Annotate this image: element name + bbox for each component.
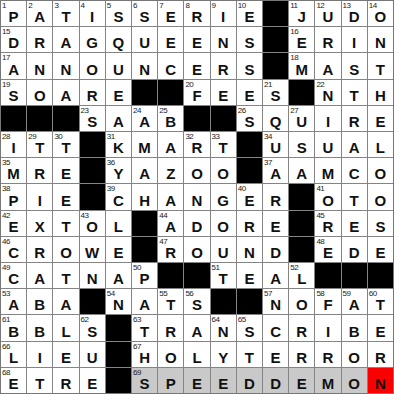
cell-r12c6[interactable]: A (132, 289, 157, 314)
cell-r6c7[interactable]: A (158, 132, 183, 157)
cell-letter: O (368, 9, 393, 25)
cell-r9c2[interactable]: X (27, 211, 52, 236)
cell-letter: N (132, 62, 157, 78)
cell-letter: D (237, 376, 262, 392)
cell-r15c1[interactable]: 68E (1, 368, 26, 393)
cell-r5c3 (53, 106, 78, 131)
cell-r14c14[interactable]: O (342, 342, 367, 367)
cell-r6c6[interactable]: M (132, 132, 157, 157)
cell-r8c13[interactable]: 41O (315, 184, 340, 209)
cell-letter: S (289, 140, 314, 156)
cell-r2c1[interactable]: 15D (1, 27, 26, 52)
cell-letter: R (342, 114, 367, 130)
cell-r8c6[interactable]: H (132, 184, 157, 209)
cell-r13c15[interactable]: E (368, 315, 393, 340)
cell-letter: N (368, 35, 393, 51)
cell-letter: R (237, 219, 262, 235)
cell-r13c11[interactable]: C (263, 315, 288, 340)
cell-r12c11[interactable]: 57N (263, 289, 288, 314)
cell-r5c6[interactable]: 24A (132, 106, 157, 131)
cell-r13c3[interactable]: L (53, 315, 78, 340)
cell-r9c7[interactable]: 44A (158, 211, 183, 236)
cell-r10c10[interactable]: N (237, 237, 262, 262)
cell-r11c1[interactable]: 49C (1, 263, 26, 288)
cell-letter: A (158, 193, 183, 209)
cell-letter: I (315, 324, 340, 340)
cell-r6c1[interactable]: 28I (1, 132, 26, 157)
cell-letter: S (132, 376, 157, 392)
cell-r10c11[interactable]: D (263, 237, 288, 262)
cell-letter: D (342, 9, 367, 25)
cell-r1c15[interactable]: 14O (368, 1, 393, 26)
cell-letter: E (368, 324, 393, 340)
cell-letter: A (53, 297, 78, 313)
cell-r12c8[interactable]: 56S (184, 289, 209, 314)
cell-r3c7[interactable]: C (158, 53, 183, 78)
cell-r3c2[interactable]: N (27, 53, 52, 78)
cell-letter: U (211, 245, 236, 261)
cell-letter: T (132, 324, 157, 340)
cell-r15c11[interactable]: D (263, 368, 288, 393)
cell-letter: A (289, 166, 314, 182)
cell-r4c8[interactable]: 20F (184, 80, 209, 105)
cell-r10c3[interactable]: O (53, 237, 78, 262)
cell-r15c6[interactable]: 69S (132, 368, 157, 393)
cell-r12c14[interactable]: 59A (342, 289, 367, 314)
cell-letter: E (289, 376, 314, 392)
cell-letter: E (184, 376, 209, 392)
cell-r7c2[interactable]: R (27, 158, 52, 183)
cell-r6c13[interactable]: U (315, 132, 340, 157)
cell-r5c14[interactable]: R (342, 106, 367, 131)
cell-r7c15[interactable]: O (368, 158, 393, 183)
cell-r2c12[interactable]: 16E (289, 27, 314, 52)
cell-r10c1[interactable]: 46C (1, 237, 26, 262)
cell-r11c15 (368, 263, 393, 288)
cell-letter: R (368, 350, 393, 366)
cell-r15c5 (106, 368, 131, 393)
cell-r2c13[interactable]: R (315, 27, 340, 52)
cell-letter: P (1, 193, 26, 209)
cell-r5c9 (211, 106, 236, 131)
cell-r9c5[interactable]: L (106, 211, 131, 236)
cell-letter: M (315, 166, 340, 182)
cell-r8c1[interactable]: 38P (1, 184, 26, 209)
cell-r3c9[interactable]: R (211, 53, 236, 78)
cell-r15c13[interactable]: M (315, 368, 340, 393)
cell-r14c11[interactable]: E (263, 342, 288, 367)
cell-r9c8[interactable]: D (184, 211, 209, 236)
cell-r7c13[interactable]: M (315, 158, 340, 183)
cell-r12c1[interactable]: 53A (1, 289, 26, 314)
cell-r13c2[interactable]: B (27, 315, 52, 340)
cell-r5c15[interactable]: E (368, 106, 393, 131)
cell-r4c1[interactable]: 19S (1, 80, 26, 105)
cell-r13c10[interactable]: 65S (237, 315, 262, 340)
cell-r1c5[interactable]: 5S (106, 1, 131, 26)
cell-r3c5[interactable]: U (106, 53, 131, 78)
cell-r12c10 (237, 289, 262, 314)
cell-r7c8[interactable]: O (184, 158, 209, 183)
cell-r15c14[interactable]: O (342, 368, 367, 393)
cell-r4c2[interactable]: O (27, 80, 52, 105)
cell-r15c7[interactable]: P (158, 368, 183, 393)
cell-r1c14[interactable]: 13D (342, 1, 367, 26)
cell-r2c8[interactable]: E (184, 27, 209, 52)
cell-r6c5[interactable]: 31K (106, 132, 131, 157)
cell-r9c13[interactable]: 45R (315, 211, 340, 236)
cell-r15c15[interactable]: N (368, 368, 393, 393)
cell-r9c11[interactable]: E (263, 211, 288, 236)
cell-letter: Q (106, 35, 131, 51)
cell-r5c1 (1, 106, 26, 131)
cell-letter: U (106, 62, 131, 78)
cell-r1c1[interactable]: 1P (1, 1, 26, 26)
cell-r6c12[interactable]: S (289, 132, 314, 157)
cell-letter: Y (106, 166, 131, 182)
cell-letter: R (27, 35, 52, 51)
cell-letter: L (1, 350, 26, 366)
cell-r11c3[interactable]: T (53, 263, 78, 288)
cell-r1c8[interactable]: 8R (184, 1, 209, 26)
cell-r5c4[interactable]: 23S (80, 106, 105, 131)
cell-r2c15[interactable]: N (368, 27, 393, 52)
cell-letter: E (53, 166, 78, 182)
cell-letter: R (27, 245, 52, 261)
cell-letter: P (1, 9, 26, 25)
cell-letter: N (211, 324, 236, 340)
cell-letter: D (1, 35, 26, 51)
cell-r7c11[interactable]: 37A (263, 158, 288, 183)
cell-letter: E (237, 88, 262, 104)
cell-r14c10[interactable]: T (237, 342, 262, 367)
cell-letter: E (211, 88, 236, 104)
cell-letter: S (132, 9, 157, 25)
cell-r11c12[interactable]: 52L (289, 263, 314, 288)
cell-r3c13[interactable]: A (315, 53, 340, 78)
cell-r15c8[interactable]: E (184, 368, 209, 393)
cell-letter: R (315, 350, 340, 366)
cell-r10c15[interactable]: E (368, 237, 393, 262)
cell-r15c9[interactable]: E (211, 368, 236, 393)
cell-r5c5[interactable]: A (106, 106, 131, 131)
cell-letter: E (368, 114, 393, 130)
cell-letter: B (342, 324, 367, 340)
cell-letter: S (368, 219, 393, 235)
cell-r13c6[interactable]: 63T (132, 315, 157, 340)
cell-letter: O (184, 166, 209, 182)
cell-r9c9[interactable]: O (211, 211, 236, 236)
cell-r1c9[interactable]: 9I (211, 1, 236, 26)
cell-letter: A (1, 297, 26, 313)
cell-r11c2[interactable]: A (27, 263, 52, 288)
cell-r14c9[interactable]: Y (211, 342, 236, 367)
cell-letter: U (263, 140, 288, 156)
cell-r3c15[interactable]: T (368, 53, 393, 78)
cell-r6c10 (237, 132, 262, 157)
cell-r13c8[interactable]: A (184, 315, 209, 340)
cell-r2c5[interactable]: Q (106, 27, 131, 52)
cell-letter: I (211, 9, 236, 25)
cell-r1c13[interactable]: 12U (315, 1, 340, 26)
cell-r4c9[interactable]: E (211, 80, 236, 105)
cell-letter: L (53, 324, 78, 340)
cell-r1c6[interactable]: 6S (132, 1, 157, 26)
cell-r4c3[interactable]: A (53, 80, 78, 105)
cell-r11c8 (184, 263, 209, 288)
cell-r10c8[interactable]: O (184, 237, 209, 262)
cell-r3c14[interactable]: S (342, 53, 367, 78)
cell-r9c1[interactable]: 42E (1, 211, 26, 236)
cell-r14c8[interactable]: L (184, 342, 209, 367)
cell-r15c2[interactable]: T (27, 368, 52, 393)
cell-r7c12[interactable]: A (289, 158, 314, 183)
cell-r3c10[interactable]: S (237, 53, 262, 78)
cell-letter: C (263, 324, 288, 340)
cell-letter: S (237, 35, 262, 51)
cell-r6c14[interactable]: A (342, 132, 367, 157)
cell-r15c4[interactable]: E (80, 368, 105, 393)
cell-r6c11[interactable]: 34U (263, 132, 288, 157)
cell-r8c10[interactable]: 40E (237, 184, 262, 209)
cell-letter: E (342, 219, 367, 235)
cell-letter: T (211, 140, 236, 156)
cell-letter: N (315, 88, 340, 104)
cell-letter: M (289, 62, 314, 78)
cell-r13c12[interactable]: R (289, 315, 314, 340)
cell-r10c13[interactable]: 48E (315, 237, 340, 262)
cell-r14c1[interactable]: 66L (1, 342, 26, 367)
cell-letter: A (53, 88, 78, 104)
cell-r1c10[interactable]: 10E (237, 1, 262, 26)
cell-r2c14[interactable]: I (342, 27, 367, 52)
cell-r9c4[interactable]: 43O (80, 211, 105, 236)
cell-r3c6[interactable]: N (132, 53, 157, 78)
cell-r6c8[interactable]: 32R (184, 132, 209, 157)
cell-r7c7[interactable]: Z (158, 158, 183, 183)
cell-r4c4[interactable]: R (80, 80, 105, 105)
cell-r8c3[interactable]: E (53, 184, 78, 209)
cell-letter: Q (263, 114, 288, 130)
cell-letter: T (53, 9, 78, 25)
cell-letter: N (184, 193, 209, 209)
cell-r11c4[interactable]: N (80, 263, 105, 288)
cell-r15c10[interactable]: D (237, 368, 262, 393)
cell-r8c9[interactable]: G (211, 184, 236, 209)
cell-r1c4[interactable]: 4I (80, 1, 105, 26)
cell-r4c14[interactable]: T (342, 80, 367, 105)
cell-r8c5[interactable]: 39C (106, 184, 131, 209)
cell-r2c7[interactable]: E (158, 27, 183, 52)
cell-r10c4[interactable]: W (80, 237, 105, 262)
cell-r5c12[interactable]: 27U (289, 106, 314, 131)
cell-r1c3[interactable]: 3T (53, 1, 78, 26)
cell-r3c1[interactable]: 17A (1, 53, 26, 78)
cell-r3c11 (263, 53, 288, 78)
cell-letter: E (237, 271, 262, 287)
cell-r4c5[interactable]: E (106, 80, 131, 105)
cell-letter: R (158, 245, 183, 261)
cell-r3c4[interactable]: O (80, 53, 105, 78)
cell-r13c7[interactable]: R (158, 315, 183, 340)
cell-r2c9[interactable]: N (211, 27, 236, 52)
cell-letter: R (27, 166, 52, 182)
cell-letter: S (342, 62, 367, 78)
cell-r12c15[interactable]: 60T (368, 289, 393, 314)
cell-r12c4 (80, 289, 105, 314)
cell-r13c13[interactable]: I (315, 315, 340, 340)
cell-r13c1[interactable]: 61B (1, 315, 26, 340)
cell-r13c4[interactable]: 62S (80, 315, 105, 340)
cell-r11c11[interactable]: A (263, 263, 288, 288)
cell-r6c15[interactable]: L (368, 132, 393, 157)
cell-letter: E (53, 193, 78, 209)
cell-r14c5 (106, 342, 131, 367)
cell-r11c9[interactable]: 51T (211, 263, 236, 288)
cell-r11c6[interactable]: 50P (132, 263, 157, 288)
cell-r11c10[interactable]: E (237, 263, 262, 288)
cell-r4c11[interactable]: 21S (263, 80, 288, 105)
cell-r10c2[interactable]: R (27, 237, 52, 262)
cell-r10c7[interactable]: 47R (158, 237, 183, 262)
cell-letter: T (211, 271, 236, 287)
cell-letter: B (1, 324, 26, 340)
cell-letter: O (184, 245, 209, 261)
cell-letter: L (368, 140, 393, 156)
cell-letter: S (184, 297, 209, 313)
cell-r5c10[interactable]: 26S (237, 106, 262, 131)
cell-r4c13[interactable]: 22N (315, 80, 340, 105)
cell-letter: R (158, 324, 183, 340)
cell-r12c12[interactable]: O (289, 289, 314, 314)
cell-r10c5[interactable]: E (106, 237, 131, 262)
cell-letter: N (211, 35, 236, 51)
cell-r4c15[interactable]: H (368, 80, 393, 105)
cell-r2c10[interactable]: S (237, 27, 262, 52)
cell-letter: M (132, 140, 157, 156)
cell-r8c11[interactable]: R (263, 184, 288, 209)
cell-letter: S (106, 9, 131, 25)
cell-r9c14[interactable]: E (342, 211, 367, 236)
cell-r9c15[interactable]: S (368, 211, 393, 236)
cell-letter: P (158, 376, 183, 392)
cell-letter: O (289, 297, 314, 313)
cell-letter: S (263, 88, 288, 104)
cell-r3c3[interactable]: N (53, 53, 78, 78)
cell-letter: H (132, 193, 157, 209)
cell-r13c14[interactable]: B (342, 315, 367, 340)
cell-r5c13[interactable]: I (315, 106, 340, 131)
cell-r12c7[interactable]: 55T (158, 289, 183, 314)
cell-r12c3[interactable]: A (53, 289, 78, 314)
cell-r8c15[interactable]: O (368, 184, 393, 209)
cell-letter: O (368, 166, 393, 182)
cell-r7c14[interactable]: C (342, 158, 367, 183)
cell-letter: A (27, 271, 52, 287)
cell-r14c6[interactable]: 67H (132, 342, 157, 367)
cell-r14c2[interactable]: I (27, 342, 52, 367)
cell-letter: T (368, 297, 393, 313)
cell-r14c4[interactable]: U (80, 342, 105, 367)
cell-letter: A (132, 114, 157, 130)
cell-r14c7[interactable]: O (158, 342, 183, 367)
cell-letter: O (211, 219, 236, 235)
cell-r14c13[interactable]: R (315, 342, 340, 367)
cell-letter: C (1, 271, 26, 287)
cell-r5c7[interactable]: 25B (158, 106, 183, 131)
cell-r3c8[interactable]: E (184, 53, 209, 78)
cell-r7c1[interactable]: 35M (1, 158, 26, 183)
cell-letter: R (184, 140, 209, 156)
cell-letter: L (184, 350, 209, 366)
cell-r9c10[interactable]: R (237, 211, 262, 236)
cell-r7c6[interactable]: A (132, 158, 157, 183)
cell-letter: O (158, 350, 183, 366)
cell-r15c3[interactable]: R (53, 368, 78, 393)
cell-letter: S (237, 324, 262, 340)
cell-r12c5[interactable]: 54N (106, 289, 131, 314)
cell-letter: M (1, 166, 26, 182)
cell-letter: X (27, 219, 52, 235)
cell-letter: E (237, 9, 262, 25)
cell-r7c3[interactable]: E (53, 158, 78, 183)
cell-r2c3[interactable]: A (53, 27, 78, 52)
cell-letter: L (289, 271, 314, 287)
cell-letter: I (315, 114, 340, 130)
cell-r10c9[interactable]: U (211, 237, 236, 262)
cell-r1c7[interactable]: 7E (158, 1, 183, 26)
cell-letter: B (27, 297, 52, 313)
cell-letter: C (342, 166, 367, 182)
cell-letter: N (53, 62, 78, 78)
cell-letter: C (1, 245, 26, 261)
cell-r6c4 (80, 132, 105, 157)
cell-r7c5[interactable]: 36Y (106, 158, 131, 183)
cell-r6c3[interactable]: 30T (53, 132, 78, 157)
cell-r2c4[interactable]: G (80, 27, 105, 52)
cell-r4c10[interactable]: E (237, 80, 262, 105)
cell-r1c2[interactable]: 2A (27, 1, 52, 26)
cell-r14c15[interactable]: R (368, 342, 393, 367)
cell-r2c2[interactable]: R (27, 27, 52, 52)
cell-r9c3[interactable]: T (53, 211, 78, 236)
cell-r12c13[interactable]: 58F (315, 289, 340, 314)
cell-r12c2[interactable]: B (27, 289, 52, 314)
cell-r7c9[interactable]: O (211, 158, 236, 183)
cell-letter: W (80, 245, 105, 261)
cell-r6c2[interactable]: 29T (27, 132, 52, 157)
cell-r6c9[interactable]: 33T (211, 132, 236, 157)
cell-r14c12[interactable]: R (289, 342, 314, 367)
cell-r14c3[interactable]: E (53, 342, 78, 367)
cell-r13c9[interactable]: 64N (211, 315, 236, 340)
cell-r15c12[interactable]: E (289, 368, 314, 393)
cell-r8c14[interactable]: T (342, 184, 367, 209)
cell-r3c12[interactable]: 18M (289, 53, 314, 78)
cell-r7c10 (237, 158, 262, 183)
cell-letter: H (368, 88, 393, 104)
cell-r11c5[interactable]: A (106, 263, 131, 288)
cell-r5c11[interactable]: Q (263, 106, 288, 131)
cell-r8c7[interactable]: A (158, 184, 183, 209)
cell-letter: E (263, 350, 288, 366)
cell-r10c14[interactable]: D (342, 237, 367, 262)
cell-r2c6[interactable]: U (132, 27, 157, 52)
cell-r8c2[interactable]: I (27, 184, 52, 209)
cell-r8c8[interactable]: N (184, 184, 209, 209)
cell-r1c12[interactable]: 11J (289, 1, 314, 26)
cell-letter: E (1, 219, 26, 235)
